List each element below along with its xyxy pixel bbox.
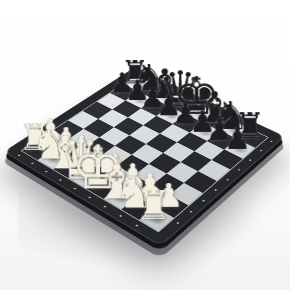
black-pawn: ♟ [204, 127, 273, 151]
white-rook: ♜ [115, 190, 191, 222]
scene: ♜♞♝♛♚♝♞♜♟♟♟♟♟♟♟♟♟♟♟♟♟♟♟♟♜♞♝♛♚♝♞♜ [0, 0, 290, 290]
chess-set-photo: ♜♞♝♛♚♝♞♜♟♟♟♟♟♟♟♟♟♟♟♟♟♟♟♟♜♞♝♛♚♝♞♜ [0, 0, 290, 290]
board-squares: ♜♞♝♛♚♝♞♜♟♟♟♟♟♟♟♟♟♟♟♟♟♟♟♟♜♞♝♛♚♝♞♜ [21, 75, 269, 232]
square-h7: ♟ [225, 139, 256, 158]
chess-board: ♜♞♝♛♚♝♞♜♟♟♟♟♟♟♟♟♟♟♟♟♟♟♟♟♜♞♝♛♚♝♞♜ [3, 67, 285, 246]
square-h1: ♜ [139, 207, 173, 231]
